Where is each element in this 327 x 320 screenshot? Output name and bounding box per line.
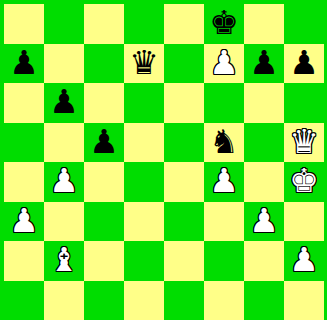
black-king[interactable]: ♚ [209, 6, 239, 39]
square-d6[interactable] [124, 83, 164, 123]
square-g5[interactable] [244, 123, 284, 163]
square-b4[interactable]: ♟ [44, 162, 84, 202]
square-h1[interactable] [284, 281, 324, 320]
square-h6[interactable] [284, 83, 324, 123]
square-h8[interactable] [284, 4, 324, 44]
square-h2[interactable]: ♟ [284, 241, 324, 281]
square-b6[interactable]: ♟ [44, 83, 84, 123]
black-pawn[interactable]: ♟ [249, 46, 279, 79]
black-pawn[interactable]: ♟ [289, 46, 319, 79]
white-pawn[interactable]: ♟ [249, 204, 279, 237]
square-a2[interactable] [4, 241, 44, 281]
square-d2[interactable] [124, 241, 164, 281]
square-f5[interactable]: ♞ [204, 123, 244, 163]
square-c8[interactable] [84, 4, 124, 44]
square-h5[interactable]: ♛ [284, 123, 324, 163]
chess-board-frame: ♚♟♛♟♟♟♟♟♞♛♟♟♚♟♟♝♟ [0, 0, 327, 320]
square-b8[interactable] [44, 4, 84, 44]
white-pawn[interactable]: ♟ [289, 243, 319, 276]
square-f1[interactable] [204, 281, 244, 320]
square-c6[interactable] [84, 83, 124, 123]
square-f2[interactable] [204, 241, 244, 281]
square-a8[interactable] [4, 4, 44, 44]
black-pawn[interactable]: ♟ [49, 85, 79, 118]
square-g2[interactable] [244, 241, 284, 281]
square-c1[interactable] [84, 281, 124, 320]
white-queen[interactable]: ♛ [289, 125, 319, 158]
square-e6[interactable] [164, 83, 204, 123]
square-h3[interactable] [284, 202, 324, 242]
white-pawn[interactable]: ♟ [209, 164, 239, 197]
white-pawn[interactable]: ♟ [49, 164, 79, 197]
square-c3[interactable] [84, 202, 124, 242]
square-c4[interactable] [84, 162, 124, 202]
square-g1[interactable] [244, 281, 284, 320]
square-b7[interactable] [44, 44, 84, 84]
square-b3[interactable] [44, 202, 84, 242]
square-d1[interactable] [124, 281, 164, 320]
square-e8[interactable] [164, 4, 204, 44]
square-e7[interactable] [164, 44, 204, 84]
square-f6[interactable] [204, 83, 244, 123]
black-knight[interactable]: ♞ [209, 125, 239, 158]
white-pawn[interactable]: ♟ [209, 46, 239, 79]
square-e2[interactable] [164, 241, 204, 281]
square-g8[interactable] [244, 4, 284, 44]
square-a6[interactable] [4, 83, 44, 123]
square-c7[interactable] [84, 44, 124, 84]
square-d7[interactable]: ♛ [124, 44, 164, 84]
square-d3[interactable] [124, 202, 164, 242]
square-h4[interactable]: ♚ [284, 162, 324, 202]
square-g4[interactable] [244, 162, 284, 202]
black-pawn[interactable]: ♟ [9, 46, 39, 79]
square-f8[interactable]: ♚ [204, 4, 244, 44]
square-c5[interactable]: ♟ [84, 123, 124, 163]
square-e5[interactable] [164, 123, 204, 163]
square-d8[interactable] [124, 4, 164, 44]
square-g3[interactable]: ♟ [244, 202, 284, 242]
square-f7[interactable]: ♟ [204, 44, 244, 84]
white-king[interactable]: ♚ [289, 164, 319, 197]
black-pawn[interactable]: ♟ [89, 125, 119, 158]
chess-board: ♚♟♛♟♟♟♟♟♞♛♟♟♚♟♟♝♟ [4, 4, 324, 320]
white-pawn[interactable]: ♟ [9, 204, 39, 237]
square-c2[interactable] [84, 241, 124, 281]
square-d4[interactable] [124, 162, 164, 202]
square-a3[interactable]: ♟ [4, 202, 44, 242]
square-a1[interactable] [4, 281, 44, 320]
square-g7[interactable]: ♟ [244, 44, 284, 84]
white-bishop[interactable]: ♝ [49, 243, 79, 276]
square-d5[interactable] [124, 123, 164, 163]
square-f4[interactable]: ♟ [204, 162, 244, 202]
square-b2[interactable]: ♝ [44, 241, 84, 281]
square-f3[interactable] [204, 202, 244, 242]
square-h7[interactable]: ♟ [284, 44, 324, 84]
square-b1[interactable] [44, 281, 84, 320]
square-b5[interactable] [44, 123, 84, 163]
square-a5[interactable] [4, 123, 44, 163]
square-a4[interactable] [4, 162, 44, 202]
square-e3[interactable] [164, 202, 204, 242]
black-queen[interactable]: ♛ [129, 46, 159, 79]
square-a7[interactable]: ♟ [4, 44, 44, 84]
square-e1[interactable] [164, 281, 204, 320]
square-g6[interactable] [244, 83, 284, 123]
square-e4[interactable] [164, 162, 204, 202]
